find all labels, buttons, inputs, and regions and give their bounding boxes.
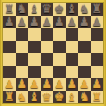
square-c5[interactable]: [28, 41, 41, 54]
piece-black-pawn[interactable]: ♟: [92, 16, 102, 28]
piece-black-pawn[interactable]: ♟: [29, 16, 39, 28]
square-h7[interactable]: ♟: [91, 16, 104, 29]
chess-board: ♜♞♝♛♚♝♞♜♟♟♟♟♟♟♟♟♟♟♟♟♟♟♟♟♜♞♝♛♚♝♞♜: [3, 3, 103, 103]
piece-white-knight[interactable]: ♞: [79, 91, 89, 103]
square-g5[interactable]: [78, 41, 91, 54]
square-f8[interactable]: ♝: [66, 3, 79, 16]
square-b5[interactable]: [16, 41, 29, 54]
piece-white-bishop[interactable]: ♝: [67, 91, 77, 103]
piece-white-pawn[interactable]: ♟: [54, 78, 64, 90]
square-f3[interactable]: [66, 66, 79, 79]
piece-black-king[interactable]: ♚: [54, 3, 64, 15]
square-d1[interactable]: ♛: [41, 91, 54, 104]
square-a1[interactable]: ♜: [3, 91, 16, 104]
square-a8[interactable]: ♜: [3, 3, 16, 16]
square-h5[interactable]: [91, 41, 104, 54]
square-c3[interactable]: [28, 66, 41, 79]
square-h8[interactable]: ♜: [91, 3, 104, 16]
square-c2[interactable]: ♟: [28, 78, 41, 91]
square-b3[interactable]: [16, 66, 29, 79]
piece-black-bishop[interactable]: ♝: [67, 3, 77, 15]
square-d8[interactable]: ♛: [41, 3, 54, 16]
square-b4[interactable]: [16, 53, 29, 66]
square-h4[interactable]: [91, 53, 104, 66]
piece-black-pawn[interactable]: ♟: [17, 16, 27, 28]
piece-white-pawn[interactable]: ♟: [4, 78, 14, 90]
square-c8[interactable]: ♝: [28, 3, 41, 16]
square-c6[interactable]: [28, 28, 41, 41]
square-g2[interactable]: ♟: [78, 78, 91, 91]
piece-white-pawn[interactable]: ♟: [42, 78, 52, 90]
square-e3[interactable]: [53, 66, 66, 79]
piece-white-pawn[interactable]: ♟: [29, 78, 39, 90]
piece-white-pawn[interactable]: ♟: [17, 78, 27, 90]
square-e7[interactable]: ♟: [53, 16, 66, 29]
piece-white-queen[interactable]: ♛: [42, 91, 52, 103]
square-h1[interactable]: ♜: [91, 91, 104, 104]
square-h6[interactable]: [91, 28, 104, 41]
square-b6[interactable]: [16, 28, 29, 41]
square-e4[interactable]: [53, 53, 66, 66]
square-f4[interactable]: [66, 53, 79, 66]
piece-black-bishop[interactable]: ♝: [29, 3, 39, 15]
square-d7[interactable]: ♟: [41, 16, 54, 29]
square-c7[interactable]: ♟: [28, 16, 41, 29]
piece-black-knight[interactable]: ♞: [79, 3, 89, 15]
square-g8[interactable]: ♞: [78, 3, 91, 16]
square-a5[interactable]: [3, 41, 16, 54]
square-c4[interactable]: [28, 53, 41, 66]
square-f2[interactable]: ♟: [66, 78, 79, 91]
piece-black-queen[interactable]: ♛: [42, 3, 52, 15]
square-b7[interactable]: ♟: [16, 16, 29, 29]
square-d5[interactable]: [41, 41, 54, 54]
square-e2[interactable]: ♟: [53, 78, 66, 91]
square-b1[interactable]: ♞: [16, 91, 29, 104]
square-a7[interactable]: ♟: [3, 16, 16, 29]
piece-white-king[interactable]: ♚: [54, 91, 64, 103]
square-f1[interactable]: ♝: [66, 91, 79, 104]
square-e6[interactable]: [53, 28, 66, 41]
piece-black-rook[interactable]: ♜: [4, 3, 14, 15]
piece-white-pawn[interactable]: ♟: [67, 78, 77, 90]
piece-black-pawn[interactable]: ♟: [4, 16, 14, 28]
square-a6[interactable]: [3, 28, 16, 41]
square-g3[interactable]: [78, 66, 91, 79]
piece-black-pawn[interactable]: ♟: [67, 16, 77, 28]
square-b2[interactable]: ♟: [16, 78, 29, 91]
piece-black-knight[interactable]: ♞: [17, 3, 27, 15]
square-f7[interactable]: ♟: [66, 16, 79, 29]
piece-white-bishop[interactable]: ♝: [29, 91, 39, 103]
piece-black-pawn[interactable]: ♟: [79, 16, 89, 28]
square-f6[interactable]: [66, 28, 79, 41]
square-g4[interactable]: [78, 53, 91, 66]
square-h3[interactable]: [91, 66, 104, 79]
square-d3[interactable]: [41, 66, 54, 79]
square-h2[interactable]: ♟: [91, 78, 104, 91]
chess-app-window: ♜♞♝♛♚♝♞♜♟♟♟♟♟♟♟♟♟♟♟♟♟♟♟♟♜♞♝♛♚♝♞♜: [0, 0, 106, 106]
square-d4[interactable]: [41, 53, 54, 66]
square-d2[interactable]: ♟: [41, 78, 54, 91]
piece-white-rook[interactable]: ♜: [4, 91, 14, 103]
piece-black-pawn[interactable]: ♟: [42, 16, 52, 28]
piece-white-knight[interactable]: ♞: [17, 91, 27, 103]
piece-black-rook[interactable]: ♜: [92, 3, 102, 15]
piece-white-pawn[interactable]: ♟: [79, 78, 89, 90]
square-g1[interactable]: ♞: [78, 91, 91, 104]
square-a4[interactable]: [3, 53, 16, 66]
square-e1[interactable]: ♚: [53, 91, 66, 104]
square-g7[interactable]: ♟: [78, 16, 91, 29]
piece-black-pawn[interactable]: ♟: [54, 16, 64, 28]
square-b8[interactable]: ♞: [16, 3, 29, 16]
square-d6[interactable]: [41, 28, 54, 41]
piece-white-rook[interactable]: ♜: [92, 91, 102, 103]
square-a2[interactable]: ♟: [3, 78, 16, 91]
square-e5[interactable]: [53, 41, 66, 54]
piece-white-pawn[interactable]: ♟: [92, 78, 102, 90]
square-g6[interactable]: [78, 28, 91, 41]
square-a3[interactable]: [3, 66, 16, 79]
square-c1[interactable]: ♝: [28, 91, 41, 104]
square-e8[interactable]: ♚: [53, 3, 66, 16]
square-f5[interactable]: [66, 41, 79, 54]
